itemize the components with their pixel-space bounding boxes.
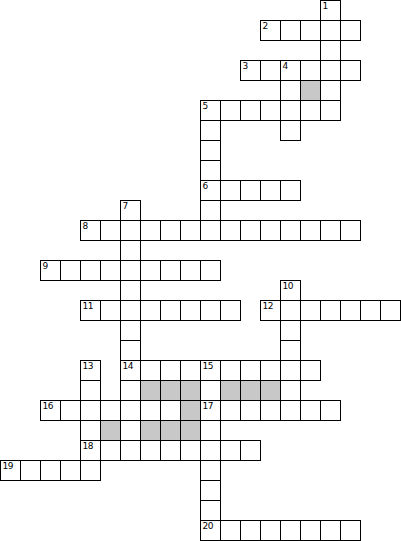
grid-cell[interactable]: 16 bbox=[40, 400, 61, 421]
grid-cell[interactable] bbox=[160, 220, 181, 241]
grid-cell[interactable] bbox=[280, 120, 301, 141]
grid-cell[interactable] bbox=[120, 220, 141, 241]
grid-cell[interactable]: 17 bbox=[200, 400, 221, 421]
grid-cell[interactable] bbox=[320, 220, 341, 241]
grid-cell[interactable] bbox=[120, 400, 141, 421]
grid-cell[interactable] bbox=[180, 300, 201, 321]
clue-number: 17 bbox=[203, 402, 213, 411]
grid-cell[interactable] bbox=[280, 520, 301, 541]
grid-cell[interactable] bbox=[320, 400, 341, 421]
grid-cell[interactable]: 20 bbox=[200, 520, 221, 541]
grid-cell[interactable] bbox=[160, 300, 181, 321]
clue-number: 9 bbox=[43, 262, 48, 271]
clue-number: 16 bbox=[43, 402, 53, 411]
grid-cell[interactable]: 3 bbox=[240, 60, 261, 81]
shaded-grid-cell[interactable] bbox=[220, 380, 241, 401]
grid-cell[interactable] bbox=[80, 380, 101, 401]
clue-number: 4 bbox=[283, 62, 288, 71]
grid-cell[interactable] bbox=[280, 360, 301, 381]
grid-cell[interactable] bbox=[320, 20, 341, 41]
grid-cell[interactable] bbox=[120, 300, 141, 321]
grid-cell[interactable] bbox=[200, 420, 221, 441]
grid-cell[interactable] bbox=[180, 220, 201, 241]
grid-cell[interactable] bbox=[200, 300, 221, 321]
grid-cell[interactable] bbox=[80, 460, 101, 481]
clue-number: 1 bbox=[323, 2, 328, 11]
grid-cell[interactable] bbox=[280, 20, 301, 41]
grid-cell[interactable] bbox=[320, 40, 341, 61]
clue-number: 19 bbox=[3, 462, 13, 471]
grid-cell[interactable]: 19 bbox=[0, 460, 21, 481]
clue-number: 10 bbox=[283, 282, 293, 291]
clue-number: 8 bbox=[83, 222, 88, 231]
grid-cell[interactable]: 10 bbox=[280, 280, 301, 301]
grid-cell[interactable] bbox=[220, 400, 241, 421]
grid-cell[interactable] bbox=[100, 220, 121, 241]
grid-cell[interactable] bbox=[300, 300, 321, 321]
shaded-grid-cell[interactable] bbox=[180, 400, 201, 421]
grid-cell[interactable] bbox=[180, 260, 201, 281]
clue-number: 5 bbox=[203, 102, 208, 111]
grid-cell[interactable] bbox=[220, 220, 241, 241]
grid-cell[interactable] bbox=[340, 520, 361, 541]
grid-cell[interactable] bbox=[100, 440, 121, 461]
grid-cell[interactable] bbox=[320, 520, 341, 541]
grid-cell[interactable] bbox=[160, 360, 181, 381]
grid-cell[interactable] bbox=[260, 360, 281, 381]
clue-number: 20 bbox=[203, 522, 213, 531]
clue-number: 3 bbox=[243, 62, 248, 71]
grid-cell[interactable] bbox=[260, 60, 281, 81]
grid-cell[interactable] bbox=[140, 220, 161, 241]
grid-cell[interactable] bbox=[120, 420, 141, 441]
shaded-grid-cell[interactable] bbox=[100, 420, 121, 441]
grid-cell[interactable]: 13 bbox=[80, 360, 101, 381]
clue-number: 11 bbox=[83, 302, 93, 311]
grid-cell[interactable] bbox=[220, 440, 241, 461]
grid-cell[interactable] bbox=[220, 520, 241, 541]
clue-number: 15 bbox=[203, 362, 213, 371]
grid-cell[interactable] bbox=[160, 440, 181, 461]
grid-cell[interactable] bbox=[320, 300, 341, 321]
grid-cell[interactable] bbox=[120, 260, 141, 281]
grid-cell[interactable] bbox=[60, 460, 81, 481]
grid-cell[interactable] bbox=[300, 100, 321, 121]
crossword-board: 1234567891011121314151617181920 bbox=[0, 0, 401, 541]
shaded-grid-cell[interactable] bbox=[140, 420, 161, 441]
crossword-page: 1234567891011121314151617181920 bbox=[0, 0, 401, 541]
grid-cell[interactable] bbox=[120, 280, 141, 301]
grid-cell[interactable] bbox=[200, 200, 221, 221]
grid-cell[interactable] bbox=[160, 260, 181, 281]
grid-cell[interactable] bbox=[200, 140, 221, 161]
grid-cell[interactable] bbox=[120, 440, 141, 461]
grid-cell[interactable] bbox=[240, 360, 261, 381]
grid-cell[interactable] bbox=[100, 260, 121, 281]
grid-cell[interactable] bbox=[240, 100, 261, 121]
grid-cell[interactable] bbox=[40, 460, 61, 481]
grid-cell[interactable] bbox=[120, 340, 141, 361]
grid-cell[interactable] bbox=[160, 400, 181, 421]
grid-cell[interactable] bbox=[320, 60, 341, 81]
grid-cell[interactable]: 12 bbox=[260, 300, 281, 321]
grid-cell[interactable]: 1 bbox=[320, 0, 341, 21]
grid-cell[interactable] bbox=[300, 520, 321, 541]
grid-cell[interactable] bbox=[300, 20, 321, 41]
grid-cell[interactable] bbox=[100, 300, 121, 321]
grid-cell[interactable] bbox=[200, 380, 221, 401]
grid-cell[interactable] bbox=[280, 400, 301, 421]
grid-cell[interactable] bbox=[280, 340, 301, 361]
grid-cell[interactable] bbox=[140, 260, 161, 281]
grid-cell[interactable] bbox=[120, 380, 141, 401]
clue-number: 18 bbox=[83, 442, 93, 451]
grid-cell[interactable] bbox=[200, 260, 221, 281]
clue-number: 13 bbox=[83, 362, 93, 371]
grid-cell[interactable] bbox=[60, 260, 81, 281]
grid-cell[interactable] bbox=[280, 180, 301, 201]
grid-cell[interactable] bbox=[260, 220, 281, 241]
grid-cell[interactable] bbox=[240, 220, 261, 241]
grid-cell[interactable] bbox=[60, 400, 81, 421]
grid-cell[interactable] bbox=[200, 220, 221, 241]
grid-cell[interactable]: 4 bbox=[280, 60, 301, 81]
grid-cell[interactable] bbox=[200, 460, 221, 481]
grid-cell[interactable] bbox=[80, 420, 101, 441]
grid-cell[interactable]: 8 bbox=[80, 220, 101, 241]
grid-cell[interactable] bbox=[140, 440, 161, 461]
grid-cell[interactable] bbox=[100, 400, 121, 421]
grid-cell[interactable] bbox=[200, 480, 221, 501]
grid-cell[interactable]: 11 bbox=[80, 300, 101, 321]
shaded-grid-cell[interactable] bbox=[160, 420, 181, 441]
grid-cell[interactable] bbox=[200, 120, 221, 141]
grid-cell[interactable] bbox=[340, 20, 361, 41]
grid-cell[interactable] bbox=[320, 80, 341, 101]
grid-cell[interactable] bbox=[280, 100, 301, 121]
clue-number: 2 bbox=[263, 22, 268, 31]
grid-cell[interactable]: 5 bbox=[200, 100, 221, 121]
clue-number: 14 bbox=[123, 362, 133, 371]
grid-cell[interactable] bbox=[220, 180, 241, 201]
grid-cell[interactable] bbox=[260, 400, 281, 421]
shaded-grid-cell[interactable] bbox=[180, 380, 201, 401]
grid-cell[interactable] bbox=[320, 100, 341, 121]
grid-cell[interactable] bbox=[300, 60, 321, 81]
grid-cell[interactable] bbox=[260, 180, 281, 201]
grid-cell[interactable] bbox=[300, 220, 321, 241]
clue-number: 7 bbox=[123, 202, 128, 211]
grid-cell[interactable] bbox=[300, 360, 321, 381]
grid-cell[interactable] bbox=[300, 400, 321, 421]
grid-cell[interactable] bbox=[280, 80, 301, 101]
clue-number: 12 bbox=[263, 302, 273, 311]
grid-cell[interactable] bbox=[340, 300, 361, 321]
grid-cell[interactable] bbox=[220, 360, 241, 381]
grid-cell[interactable] bbox=[20, 460, 41, 481]
grid-cell[interactable] bbox=[220, 300, 241, 321]
grid-cell[interactable] bbox=[200, 500, 221, 521]
grid-cell[interactable] bbox=[380, 300, 401, 321]
shaded-grid-cell[interactable] bbox=[300, 80, 321, 101]
shaded-grid-cell[interactable] bbox=[240, 380, 261, 401]
grid-cell[interactable] bbox=[120, 320, 141, 341]
grid-cell[interactable]: 6 bbox=[200, 180, 221, 201]
grid-cell[interactable] bbox=[80, 260, 101, 281]
grid-cell[interactable] bbox=[140, 300, 161, 321]
grid-cell[interactable] bbox=[140, 360, 161, 381]
grid-cell[interactable] bbox=[280, 380, 301, 401]
grid-cell[interactable]: 7 bbox=[120, 200, 141, 221]
grid-cell[interactable] bbox=[280, 300, 301, 321]
grid-cell[interactable] bbox=[200, 160, 221, 181]
grid-cell[interactable] bbox=[240, 180, 261, 201]
grid-cell[interactable]: 9 bbox=[40, 260, 61, 281]
grid-cell[interactable]: 18 bbox=[80, 440, 101, 461]
grid-cell[interactable] bbox=[240, 520, 261, 541]
grid-cell[interactable] bbox=[180, 440, 201, 461]
grid-cell[interactable] bbox=[260, 100, 281, 121]
shaded-grid-cell[interactable] bbox=[140, 380, 161, 401]
grid-cell[interactable] bbox=[360, 300, 381, 321]
grid-cell[interactable] bbox=[240, 400, 261, 421]
grid-cell[interactable] bbox=[140, 400, 161, 421]
shaded-grid-cell[interactable] bbox=[180, 420, 201, 441]
grid-cell[interactable] bbox=[240, 440, 261, 461]
grid-cell[interactable] bbox=[340, 60, 361, 81]
grid-cell[interactable] bbox=[120, 240, 141, 261]
shaded-grid-cell[interactable] bbox=[160, 380, 181, 401]
grid-cell[interactable] bbox=[340, 220, 361, 241]
grid-cell[interactable] bbox=[80, 400, 101, 421]
shaded-grid-cell[interactable] bbox=[260, 380, 281, 401]
grid-cell[interactable]: 14 bbox=[120, 360, 141, 381]
grid-cell[interactable] bbox=[200, 440, 221, 461]
grid-cell[interactable] bbox=[220, 100, 241, 121]
clue-number: 6 bbox=[203, 182, 208, 191]
grid-cell[interactable]: 2 bbox=[260, 20, 281, 41]
grid-cell[interactable] bbox=[180, 360, 201, 381]
grid-cell[interactable] bbox=[280, 220, 301, 241]
grid-cell[interactable] bbox=[260, 520, 281, 541]
grid-cell[interactable] bbox=[280, 320, 301, 341]
grid-cell[interactable]: 15 bbox=[200, 360, 221, 381]
